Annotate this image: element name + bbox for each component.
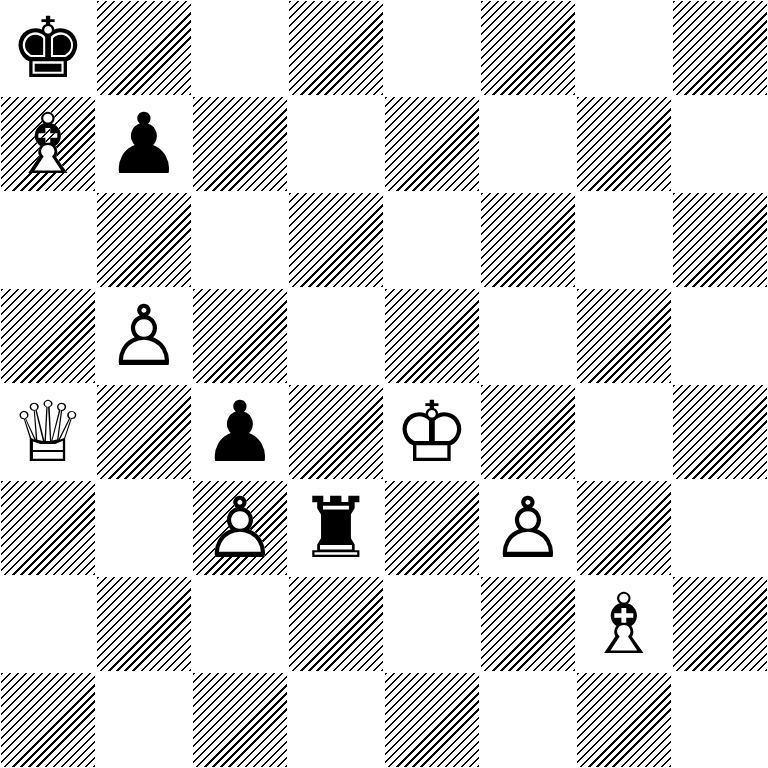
white-pawn[interactable]: ♟♙ xyxy=(96,288,192,384)
square-c3[interactable]: ♟♙ xyxy=(192,480,288,576)
square-a8[interactable]: ♚ xyxy=(0,0,96,96)
black-pawn[interactable]: ♟ xyxy=(96,96,192,192)
square-e5[interactable] xyxy=(384,288,480,384)
square-f6[interactable] xyxy=(480,192,576,288)
square-b1[interactable] xyxy=(96,672,192,768)
square-a1[interactable] xyxy=(0,672,96,768)
square-c2[interactable] xyxy=(192,576,288,672)
black-king[interactable]: ♚ xyxy=(0,0,96,96)
white-pawn[interactable]: ♟♙ xyxy=(192,480,288,576)
square-a6[interactable] xyxy=(0,192,96,288)
piece-outline-layer: ♔ xyxy=(384,384,480,480)
square-g3[interactable] xyxy=(576,480,672,576)
piece-outline-layer: ♗ xyxy=(0,96,96,192)
square-g2[interactable]: ♝♗ xyxy=(576,576,672,672)
square-a7[interactable]: ♝♗ xyxy=(0,96,96,192)
square-e7[interactable] xyxy=(384,96,480,192)
square-f5[interactable] xyxy=(480,288,576,384)
square-g6[interactable] xyxy=(576,192,672,288)
square-a4[interactable]: ♛♕ xyxy=(0,384,96,480)
square-g4[interactable] xyxy=(576,384,672,480)
square-f7[interactable] xyxy=(480,96,576,192)
square-b3[interactable] xyxy=(96,480,192,576)
piece-glyph: ♚ xyxy=(0,0,96,96)
piece-glyph: ♟ xyxy=(192,384,288,480)
piece-outline-layer: ♙ xyxy=(96,288,192,384)
square-h1[interactable] xyxy=(672,672,768,768)
piece-outline-layer: ♗ xyxy=(576,576,672,672)
white-pawn[interactable]: ♟♙ xyxy=(480,480,576,576)
square-c7[interactable] xyxy=(192,96,288,192)
square-d6[interactable] xyxy=(288,192,384,288)
square-c1[interactable] xyxy=(192,672,288,768)
square-h5[interactable] xyxy=(672,288,768,384)
square-g7[interactable] xyxy=(576,96,672,192)
square-g5[interactable] xyxy=(576,288,672,384)
square-c5[interactable] xyxy=(192,288,288,384)
square-a2[interactable] xyxy=(0,576,96,672)
square-h6[interactable] xyxy=(672,192,768,288)
square-d8[interactable] xyxy=(288,0,384,96)
square-a3[interactable] xyxy=(0,480,96,576)
piece-outline-layer: ♕ xyxy=(0,384,96,480)
piece-outline-layer: ♙ xyxy=(192,480,288,576)
square-d5[interactable] xyxy=(288,288,384,384)
square-c8[interactable] xyxy=(192,0,288,96)
square-a5[interactable] xyxy=(0,288,96,384)
square-e6[interactable] xyxy=(384,192,480,288)
square-f1[interactable] xyxy=(480,672,576,768)
piece-glyph: ♜ xyxy=(288,480,384,576)
square-g1[interactable] xyxy=(576,672,672,768)
white-queen[interactable]: ♛♕ xyxy=(0,384,96,480)
square-f4[interactable] xyxy=(480,384,576,480)
square-c4[interactable]: ♟ xyxy=(192,384,288,480)
square-f8[interactable] xyxy=(480,0,576,96)
square-d2[interactable] xyxy=(288,576,384,672)
square-d4[interactable] xyxy=(288,384,384,480)
square-e2[interactable] xyxy=(384,576,480,672)
chess-board: ♚♝♗♟♟♙♛♕♟♚♔♟♙♜♟♙♝♗ xyxy=(0,0,768,768)
white-bishop[interactable]: ♝♗ xyxy=(576,576,672,672)
square-g8[interactable] xyxy=(576,0,672,96)
square-e8[interactable] xyxy=(384,0,480,96)
square-b8[interactable] xyxy=(96,0,192,96)
square-d1[interactable] xyxy=(288,672,384,768)
square-e4[interactable]: ♚♔ xyxy=(384,384,480,480)
square-d7[interactable] xyxy=(288,96,384,192)
black-rook[interactable]: ♜ xyxy=(288,480,384,576)
square-h2[interactable] xyxy=(672,576,768,672)
white-king[interactable]: ♚♔ xyxy=(384,384,480,480)
square-f2[interactable] xyxy=(480,576,576,672)
square-h8[interactable] xyxy=(672,0,768,96)
square-h3[interactable] xyxy=(672,480,768,576)
white-bishop[interactable]: ♝♗ xyxy=(0,96,96,192)
square-e1[interactable] xyxy=(384,672,480,768)
black-pawn[interactable]: ♟ xyxy=(192,384,288,480)
square-d3[interactable]: ♜ xyxy=(288,480,384,576)
square-h7[interactable] xyxy=(672,96,768,192)
piece-outline-layer: ♙ xyxy=(480,480,576,576)
square-f3[interactable]: ♟♙ xyxy=(480,480,576,576)
square-b2[interactable] xyxy=(96,576,192,672)
square-c6[interactable] xyxy=(192,192,288,288)
square-b6[interactable] xyxy=(96,192,192,288)
square-b7[interactable]: ♟ xyxy=(96,96,192,192)
square-b4[interactable] xyxy=(96,384,192,480)
square-e3[interactable] xyxy=(384,480,480,576)
square-h4[interactable] xyxy=(672,384,768,480)
square-b5[interactable]: ♟♙ xyxy=(96,288,192,384)
piece-glyph: ♟ xyxy=(96,96,192,192)
